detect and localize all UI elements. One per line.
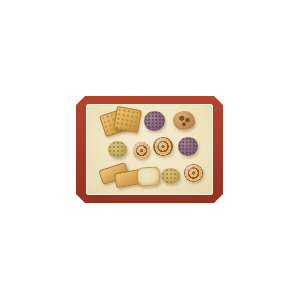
cookie-swirl-3 [184, 164, 203, 182]
cookie-swirl-2 [153, 137, 173, 156]
cookie-shortbread-1 [136, 166, 160, 187]
cookie-knot-1 [173, 111, 195, 130]
cookie-round-2 [161, 168, 180, 184]
cookie-swirl-1 [133, 142, 150, 159]
cookie-choc-ball-1 [144, 111, 165, 131]
product-photo [0, 0, 300, 300]
cookie-cracker-2 [113, 106, 142, 133]
cookie-round-1 [108, 141, 127, 158]
cookie-choc-ball-2 [178, 137, 198, 156]
